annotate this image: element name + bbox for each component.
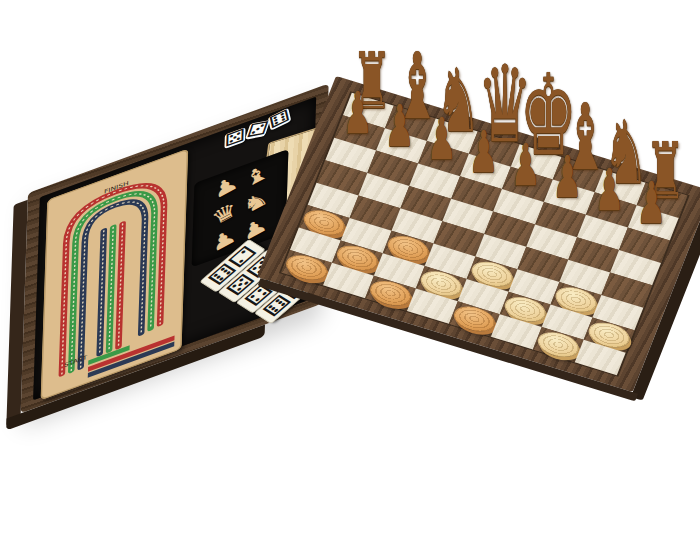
chess-piece-pawn[interactable]: ♟ [343, 84, 370, 142]
chess-piece-pawn[interactable]: ♟ [426, 110, 453, 168]
die-face-6[interactable]: ⚅ [268, 108, 292, 131]
game-board-plane: ♜♝♞♛♚♝♞♜♟♟♟♟♟♟♟♟ [257, 76, 700, 392]
chess-piece-pawn[interactable]: ♟ [385, 97, 412, 155]
die-face-3[interactable]: ⚂ [245, 120, 270, 140]
die-face-5[interactable]: ⚄ [224, 127, 245, 149]
board-grid: ♜♝♞♛♚♝♞♜♟♟♟♟♟♟♟♟ [281, 93, 687, 375]
chess-piece-pawn[interactable]: ♟ [594, 161, 621, 219]
tray-piece-knight[interactable]: ♞ [240, 186, 272, 218]
chess-piece-pawn[interactable]: ♟ [468, 123, 495, 181]
tray-piece-bishop[interactable]: ♝ [241, 160, 273, 192]
product-photo-scene: FINISH START ⚄⚂⚅ ♟♝♛♞♟♟ ⚅⚁⚄⚄⚃⚀⚅⚅ ♜♝♞♛♚♝♞… [0, 0, 700, 539]
tray-piece-queen[interactable]: ♛ [209, 198, 241, 230]
board-walnut-frame: ♜♝♞♛♚♝♞♜♟♟♟♟♟♟♟♟ [257, 76, 700, 392]
cribbage-board[interactable]: FINISH START [41, 149, 189, 401]
tray-piece-pawn[interactable]: ♟ [210, 171, 242, 203]
chess-piece-pawn[interactable]: ♟ [510, 136, 537, 194]
chess-piece-pawn[interactable]: ♟ [636, 174, 663, 232]
chess-piece-pawn[interactable]: ♟ [552, 148, 579, 206]
